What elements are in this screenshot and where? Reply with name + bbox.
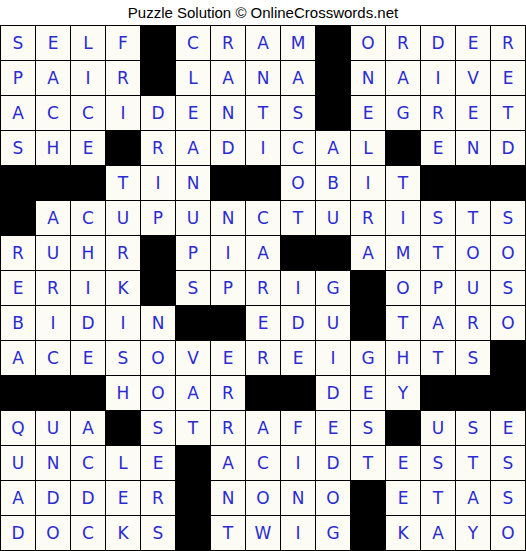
block-cell-r5c7 [211,166,245,200]
letter-cell-r3c2[interactable]: C [36,96,70,130]
letter-cell-r4c11[interactable]: L [351,131,385,165]
letter-cell-r6c11[interactable]: R [351,201,385,235]
letter-cell-r1c12[interactable]: R [386,26,420,60]
letter-cell-r2c4[interactable]: R [106,61,140,95]
block-cell-r8c5 [141,271,175,305]
block-cell-r12c4 [106,411,140,445]
letter-cell-r5c4[interactable]: T [106,166,140,200]
letter-cell-r13c8[interactable]: C [246,446,280,480]
letter-cell-r1c8[interactable]: A [246,26,280,60]
block-cell-r7c10 [316,236,350,270]
letter-cell-r2c8[interactable]: N [246,61,280,95]
letter-cell-r10c2[interactable]: C [36,341,70,375]
letter-cell-r11c7[interactable]: R [211,376,245,410]
block-cell-r5c3 [71,166,105,200]
letter-cell-r12c15[interactable]: E [491,411,525,445]
letter-cell-r13c5[interactable]: E [141,446,175,480]
letter-cell-r12c10[interactable]: E [316,411,350,445]
letter-cell-r5c5[interactable]: I [141,166,175,200]
letter-cell-r10c8[interactable]: R [246,341,280,375]
letter-cell-r7c3[interactable]: H [71,236,105,270]
letter-cell-r15c12[interactable]: K [386,516,420,550]
letter-cell-r13c2[interactable]: N [36,446,70,480]
letter-cell-r10c3[interactable]: E [71,341,105,375]
letter-cell-r10c13[interactable]: T [421,341,455,375]
letter-cell-r7c12[interactable]: M [386,236,420,270]
letter-cell-r14c7[interactable]: N [211,481,245,515]
letter-cell-r7c11[interactable]: A [351,236,385,270]
letter-cell-r12c11[interactable]: S [351,411,385,445]
block-cell-r2c5 [141,61,175,95]
letter-cell-r2c2[interactable]: A [36,61,70,95]
letter-cell-r12c2[interactable]: U [36,411,70,445]
letter-cell-r4c13[interactable]: E [421,131,455,165]
block-cell-r7c9 [281,236,315,270]
letter-cell-r15c15[interactable]: O [491,516,525,550]
letter-cell-r10c7[interactable]: E [211,341,245,375]
letter-cell-r3c12[interactable]: G [386,96,420,130]
letter-cell-r15c1[interactable]: D [1,516,35,550]
letter-cell-r15c13[interactable]: A [421,516,455,550]
block-cell-r11c2 [36,376,70,410]
block-cell-r11c14 [456,376,490,410]
letter-cell-r14c4[interactable]: E [106,481,140,515]
letter-cell-r2c9[interactable]: A [281,61,315,95]
letter-cell-r15c8[interactable]: W [246,516,280,550]
letter-cell-r6c4[interactable]: U [106,201,140,235]
letter-cell-r12c5[interactable]: S [141,411,175,445]
letter-cell-r3c4[interactable]: I [106,96,140,130]
letter-cell-r8c13[interactable]: P [421,271,455,305]
letter-cell-r1c11[interactable]: O [351,26,385,60]
block-cell-r10c15 [491,341,525,375]
letter-cell-r10c1[interactable]: A [1,341,35,375]
letter-cell-r4c8[interactable]: I [246,131,280,165]
letter-cell-r2c13[interactable]: I [421,61,455,95]
letter-cell-r9c12[interactable]: T [386,306,420,340]
letter-cell-r10c4[interactable]: S [106,341,140,375]
letter-cell-r14c2[interactable]: D [36,481,70,515]
letter-cell-r13c15[interactable]: S [491,446,525,480]
letter-cell-r4c1[interactable]: S [1,131,35,165]
letter-cell-r6c14[interactable]: T [456,201,490,235]
block-cell-r5c15 [491,166,525,200]
letter-cell-r14c5[interactable]: R [141,481,175,515]
letter-cell-r12c7[interactable]: R [211,411,245,445]
block-cell-r5c1 [1,166,35,200]
letter-cell-r1c9[interactable]: M [281,26,315,60]
letter-cell-r1c2[interactable]: E [36,26,70,60]
letter-cell-r2c1[interactable]: P [1,61,35,95]
letter-cell-r8c3[interactable]: I [71,271,105,305]
letter-cell-r8c12[interactable]: O [386,271,420,305]
letter-cell-r8c7[interactable]: P [211,271,245,305]
letter-cell-r8c4[interactable]: K [106,271,140,305]
letter-cell-r8c6[interactable]: S [176,271,210,305]
letter-cell-r10c11[interactable]: G [351,341,385,375]
letter-cell-r8c14[interactable]: U [456,271,490,305]
letter-cell-r3c13[interactable]: R [421,96,455,130]
letter-cell-r14c1[interactable]: A [1,481,35,515]
letter-cell-r9c1[interactable]: B [1,306,35,340]
letter-cell-r13c10[interactable]: D [316,446,350,480]
puzzle-page: Puzzle Solution © OnlineCrosswords.net S… [0,0,526,551]
letter-cell-r14c12[interactable]: E [386,481,420,515]
letter-cell-r3c15[interactable]: T [491,96,525,130]
block-cell-r11c13 [421,376,455,410]
letter-cell-r15c3[interactable]: C [71,516,105,550]
block-cell-r4c4 [106,131,140,165]
block-cell-r14c6 [176,481,210,515]
letter-cell-r9c9[interactable]: D [281,306,315,340]
letter-cell-r6c12[interactable]: I [386,201,420,235]
letter-cell-r4c9[interactable]: C [281,131,315,165]
letter-cell-r1c14[interactable]: E [456,26,490,60]
letter-cell-r5c6[interactable]: N [176,166,210,200]
letter-cell-r11c5[interactable]: O [141,376,175,410]
letter-cell-r15c9[interactable]: I [281,516,315,550]
letter-cell-r15c4[interactable]: K [106,516,140,550]
letter-cell-r4c15[interactable]: D [491,131,525,165]
letter-cell-r9c8[interactable]: E [246,306,280,340]
letter-cell-r2c14[interactable]: V [456,61,490,95]
letter-cell-r14c8[interactable]: O [246,481,280,515]
letter-cell-r1c3[interactable]: L [71,26,105,60]
block-cell-r11c15 [491,376,525,410]
letter-cell-r12c3[interactable]: A [71,411,105,445]
letter-cell-r3c11[interactable]: E [351,96,385,130]
letter-cell-r2c3[interactable]: I [71,61,105,95]
letter-cell-r7c6[interactable]: P [176,236,210,270]
letter-cell-r3c3[interactable]: C [71,96,105,130]
letter-cell-r7c2[interactable]: U [36,236,70,270]
letter-cell-r10c6[interactable]: V [176,341,210,375]
letter-cell-r1c7[interactable]: R [211,26,245,60]
letter-cell-r4c2[interactable]: H [36,131,70,165]
letter-cell-r7c1[interactable]: R [1,236,35,270]
letter-cell-r3c14[interactable]: E [456,96,490,130]
letter-cell-r8c9[interactable]: I [281,271,315,305]
block-cell-r5c2 [36,166,70,200]
letter-cell-r9c5[interactable]: N [141,306,175,340]
letter-cell-r8c2[interactable]: R [36,271,70,305]
letter-cell-r4c10[interactable]: A [316,131,350,165]
letter-cell-r14c3[interactable]: D [71,481,105,515]
letter-cell-r8c10[interactable]: G [316,271,350,305]
letter-cell-r3c1[interactable]: A [1,96,35,130]
letter-cell-r15c14[interactable]: Y [456,516,490,550]
letter-cell-r6c8[interactable]: C [246,201,280,235]
letter-cell-r15c2[interactable]: O [36,516,70,550]
letter-cell-r15c5[interactable]: S [141,516,175,550]
letter-cell-r6c5[interactable]: P [141,201,175,235]
letter-cell-r6c15[interactable]: S [491,201,525,235]
page-title: Puzzle Solution © OnlineCrosswords.net [0,0,526,25]
block-cell-r9c6 [176,306,210,340]
block-cell-r15c6 [176,516,210,550]
letter-cell-r1c15[interactable]: R [491,26,525,60]
letter-cell-r6c2[interactable]: A [36,201,70,235]
letter-cell-r11c11[interactable]: E [351,376,385,410]
letter-cell-r14c15[interactable]: S [491,481,525,515]
letter-cell-r4c5[interactable]: R [141,131,175,165]
block-cell-r1c10 [316,26,350,60]
block-cell-r5c13 [421,166,455,200]
letter-cell-r13c12[interactable]: E [386,446,420,480]
letter-cell-r6c13[interactable]: S [421,201,455,235]
block-cell-r11c9 [281,376,315,410]
letter-cell-r12c8[interactable]: A [246,411,280,445]
letter-cell-r5c9[interactable]: O [281,166,315,200]
letter-cell-r11c10[interactable]: D [316,376,350,410]
block-cell-r13c6 [176,446,210,480]
letter-cell-r2c7[interactable]: A [211,61,245,95]
letter-cell-r9c3[interactable]: D [71,306,105,340]
letter-cell-r7c4[interactable]: R [106,236,140,270]
letter-cell-r10c9[interactable]: E [281,341,315,375]
block-cell-r4c12 [386,131,420,165]
letter-cell-r12c13[interactable]: U [421,411,455,445]
letter-cell-r1c13[interactable]: D [421,26,455,60]
letter-cell-r2c12[interactable]: A [386,61,420,95]
letter-cell-r10c12[interactable]: H [386,341,420,375]
letter-cell-r3c6[interactable]: E [176,96,210,130]
letter-cell-r13c3[interactable]: C [71,446,105,480]
block-cell-r9c7 [211,306,245,340]
letter-cell-r6c7[interactable]: N [211,201,245,235]
letter-cell-r1c1[interactable]: S [1,26,35,60]
block-cell-r15c11 [351,516,385,550]
letter-cell-r5c12[interactable]: T [386,166,420,200]
letter-cell-r14c10[interactable]: O [316,481,350,515]
letter-cell-r9c10[interactable]: U [316,306,350,340]
letter-cell-r9c13[interactable]: A [421,306,455,340]
letter-cell-r13c1[interactable]: U [1,446,35,480]
block-cell-r5c8 [246,166,280,200]
letter-cell-r4c3[interactable]: E [71,131,105,165]
letter-cell-r7c14[interactable]: O [456,236,490,270]
letter-cell-r11c4[interactable]: H [106,376,140,410]
letter-cell-r6c10[interactable]: U [316,201,350,235]
block-cell-r11c3 [71,376,105,410]
letter-cell-r7c7[interactable]: I [211,236,245,270]
block-cell-r8c11 [351,271,385,305]
letter-cell-r3c7[interactable]: N [211,96,245,130]
letter-cell-r15c7[interactable]: T [211,516,245,550]
block-cell-r12c12 [386,411,420,445]
letter-cell-r8c8[interactable]: R [246,271,280,305]
letter-cell-r4c6[interactable]: A [176,131,210,165]
letter-cell-r10c10[interactable]: I [316,341,350,375]
block-cell-r9c11 [351,306,385,340]
letter-cell-r13c9[interactable]: I [281,446,315,480]
letter-cell-r8c15[interactable]: S [491,271,525,305]
letter-cell-r9c4[interactable]: I [106,306,140,340]
letter-cell-r12c1[interactable]: Q [1,411,35,445]
letter-cell-r9c2[interactable]: I [36,306,70,340]
block-cell-r3c10 [316,96,350,130]
block-cell-r11c8 [246,376,280,410]
letter-cell-r13c4[interactable]: L [106,446,140,480]
letter-cell-r7c13[interactable]: T [421,236,455,270]
block-cell-r5c14 [456,166,490,200]
letter-cell-r1c6[interactable]: C [176,26,210,60]
letter-cell-r2c11[interactable]: N [351,61,385,95]
letter-cell-r13c11[interactable]: T [351,446,385,480]
letter-cell-r6c9[interactable]: T [281,201,315,235]
letter-cell-r13c13[interactable]: S [421,446,455,480]
block-cell-r11c1 [1,376,35,410]
letter-cell-r4c7[interactable]: D [211,131,245,165]
letter-cell-r9c14[interactable]: R [456,306,490,340]
letter-cell-r15c10[interactable]: G [316,516,350,550]
letter-cell-r10c14[interactable]: S [456,341,490,375]
letter-cell-r6c3[interactable]: C [71,201,105,235]
letter-cell-r4c14[interactable]: N [456,131,490,165]
letter-cell-r1c4[interactable]: F [106,26,140,60]
block-cell-r7c5 [141,236,175,270]
letter-cell-r14c13[interactable]: T [421,481,455,515]
block-cell-r2c10 [316,61,350,95]
letter-cell-r6c6[interactable]: U [176,201,210,235]
letter-cell-r11c6[interactable]: A [176,376,210,410]
letter-cell-r12c6[interactable]: T [176,411,210,445]
letter-cell-r11c12[interactable]: Y [386,376,420,410]
letter-cell-r13c7[interactable]: A [211,446,245,480]
crossword-grid: SELFCRAMORDERPAIRLANANAIVEACCIDENTSEGRET… [0,25,526,551]
letter-cell-r12c14[interactable]: S [456,411,490,445]
letter-cell-r2c15[interactable]: E [491,61,525,95]
letter-cell-r3c9[interactable]: S [281,96,315,130]
letter-cell-r7c8[interactable]: A [246,236,280,270]
block-cell-r1c5 [141,26,175,60]
letter-cell-r3c8[interactable]: T [246,96,280,130]
letter-cell-r14c14[interactable]: A [456,481,490,515]
letter-cell-r3c5[interactable]: D [141,96,175,130]
block-cell-r6c1 [1,201,35,235]
letter-cell-r5c11[interactable]: I [351,166,385,200]
letter-cell-r8c1[interactable]: E [1,271,35,305]
letter-cell-r12c9[interactable]: F [281,411,315,445]
letter-cell-r13c14[interactable]: T [456,446,490,480]
block-cell-r14c11 [351,481,385,515]
letter-cell-r2c6[interactable]: L [176,61,210,95]
letter-cell-r14c9[interactable]: N [281,481,315,515]
letter-cell-r5c10[interactable]: B [316,166,350,200]
letter-cell-r9c15[interactable]: O [491,306,525,340]
letter-cell-r7c15[interactable]: O [491,236,525,270]
letter-cell-r10c5[interactable]: O [141,341,175,375]
